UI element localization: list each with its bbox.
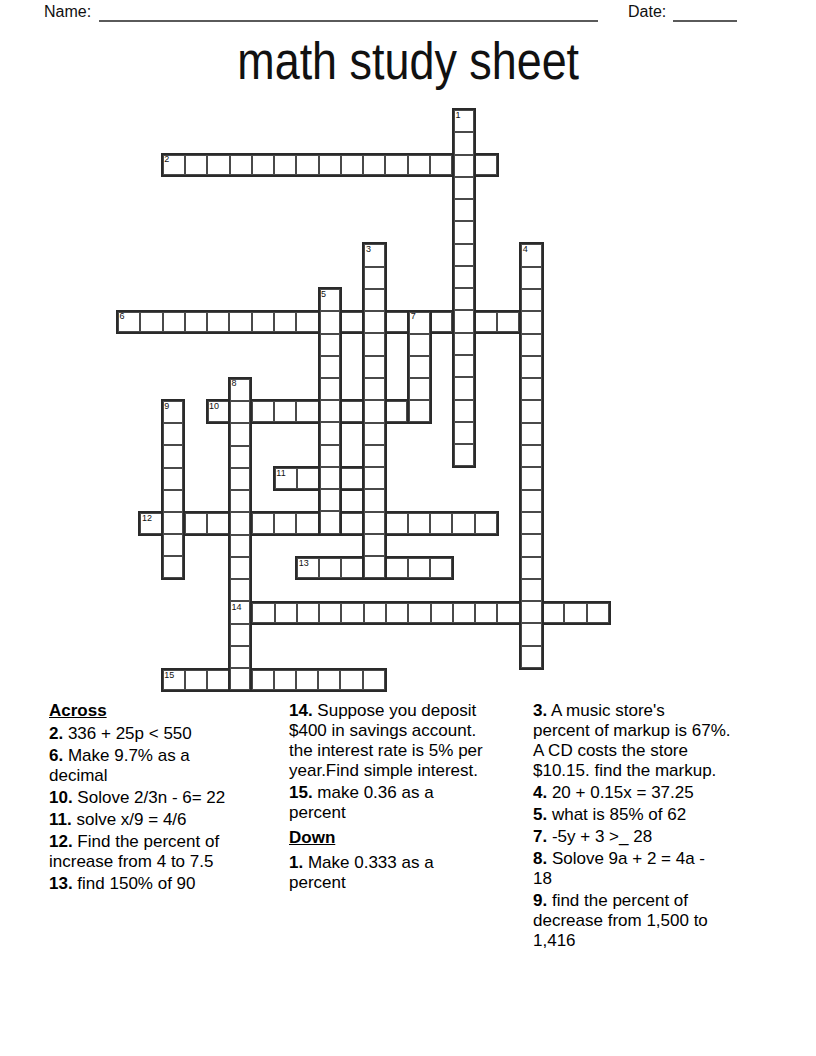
crossword-cell-r15c15 xyxy=(454,444,474,466)
crossword-cell-r16c5 xyxy=(230,468,250,490)
cell-number-6: 6 xyxy=(120,312,125,321)
crossword-cell-r17c2 xyxy=(163,490,183,512)
crossword-cell-r11c18 xyxy=(521,356,541,378)
crossword-cell-r10c15 xyxy=(454,333,474,355)
crossword-cell-r3c15 xyxy=(454,177,474,199)
crossword-cell-r14c11 xyxy=(364,423,384,445)
clue-across-14: 14. Suppose you deposit $400 in savings … xyxy=(289,701,532,781)
crossword-cell-r2c5 xyxy=(230,155,252,175)
crossword-cell-r25c7 xyxy=(274,670,296,690)
crossword-cell-r22c12 xyxy=(386,603,408,623)
crossword-cell-r15c9 xyxy=(320,445,340,467)
cell-number-8: 8 xyxy=(232,379,237,388)
crossword-cell-r22c15 xyxy=(453,603,475,623)
crossword-cell-r25c9 xyxy=(318,670,340,690)
word-9-down xyxy=(161,399,185,580)
crossword-cell-r22c8 xyxy=(297,603,319,623)
clue-across-6: 6. Make 9.7% as a decimal xyxy=(49,746,287,786)
crossword-cell-r13c18 xyxy=(521,400,541,422)
crossword-cell-r22c9 xyxy=(319,603,341,623)
crossword-cell-r22c20 xyxy=(564,603,586,623)
crossword-cell-r18c5 xyxy=(230,512,250,534)
clue-number: 8. xyxy=(533,849,547,868)
crossword-cell-r16c9 xyxy=(320,467,340,489)
clue-text: 336 + 25p < 550 xyxy=(63,724,192,743)
crossword-cell-r19c18 xyxy=(521,534,541,556)
worksheet-page: Name: Date: math study sheet 26101112131… xyxy=(0,0,816,1056)
crossword-cell-r9c15 xyxy=(454,310,474,332)
crossword-cell-r13c12 xyxy=(385,401,407,421)
crossword-cell-r22c16 xyxy=(475,603,497,623)
crossword-cell-r8c18 xyxy=(521,289,541,311)
crossword-cell-r18c8 xyxy=(296,513,318,533)
crossword-cell-r25c4 xyxy=(207,670,229,690)
crossword-cell-r18c16 xyxy=(475,513,497,533)
crossword-cell-r23c5 xyxy=(230,624,250,646)
crossword-cell-r13c11 xyxy=(364,400,384,422)
cell-number-12: 12 xyxy=(142,514,152,523)
clue-text: Find the percent of increase from 4 to 7… xyxy=(49,832,219,871)
crossword-cell-r15c5 xyxy=(230,446,250,468)
clue-down-8: 8. Solove 9a + 2 = 4a - 18 xyxy=(533,849,795,889)
clue-down-5: 5. what is 85% of 62 xyxy=(533,805,795,825)
crossword-cell-r17c18 xyxy=(521,490,541,512)
clue-number: 6. xyxy=(49,746,63,765)
crossword-cell-r2c4 xyxy=(207,155,229,175)
crossword-cell-r20c13 xyxy=(408,558,430,578)
crossword-cell-r17c9 xyxy=(320,489,340,511)
cell-number-9: 9 xyxy=(164,402,169,411)
crossword-cell-r8c15 xyxy=(454,288,474,310)
word-3-down xyxy=(362,242,386,580)
clue-text: what is 85% of 62 xyxy=(547,805,686,824)
crossword-cell-r11c13 xyxy=(409,356,429,378)
crossword-cell-r5c15 xyxy=(454,221,474,243)
word-5-down xyxy=(318,287,342,535)
crossword-cell-r16c11 xyxy=(364,467,384,489)
crossword-cell-r20c18 xyxy=(521,557,541,579)
crossword-cell-r9c1 xyxy=(140,312,162,332)
crossword-cell-r13c6 xyxy=(252,401,274,421)
crossword-cell-r18c12 xyxy=(385,513,407,533)
clue-text: find 150% of 90 xyxy=(73,874,196,893)
clue-text: 20 + 0.15x = 37.25 xyxy=(547,783,694,802)
crossword-cell-r19c5 xyxy=(230,535,250,557)
word-8-down xyxy=(228,377,252,693)
crossword-cell-r25c8 xyxy=(296,670,318,690)
crossword-cell-r19c2 xyxy=(163,534,183,556)
crossword-cell-r18c15 xyxy=(452,513,474,533)
date-label: Date: xyxy=(628,3,666,21)
clue-across-13: 13. find 150% of 90 xyxy=(49,874,287,894)
crossword-cell-r22c10 xyxy=(341,603,363,623)
crossword-grid: 261011121314151345789 xyxy=(117,109,611,693)
crossword-cell-r25c3 xyxy=(185,670,207,690)
crossword-cell-r2c11 xyxy=(363,155,385,175)
clue-across-12: 12. Find the percent of increase from 4 … xyxy=(49,832,287,872)
crossword-cell-r9c14 xyxy=(430,312,452,332)
crossword-cell-r2c14 xyxy=(430,155,452,175)
cell-number-2: 2 xyxy=(164,155,169,164)
crossword-cell-r20c14 xyxy=(430,558,452,578)
name-label: Name: xyxy=(44,3,91,21)
crossword-cell-r9c18 xyxy=(521,311,541,333)
crossword-cell-r14c9 xyxy=(320,422,340,444)
clue-down-1: 1. Make 0.333 as a percent xyxy=(289,853,532,893)
word-1-down xyxy=(452,108,476,468)
clue-number: 12. xyxy=(49,832,73,851)
crossword-cell-r13c8 xyxy=(296,401,318,421)
crossword-cell-r14c2 xyxy=(163,423,183,445)
clue-number: 11. xyxy=(49,810,72,829)
crossword-cell-r2c16 xyxy=(475,155,497,175)
crossword-cell-r2c7 xyxy=(274,155,296,175)
name-blank-line xyxy=(99,20,598,22)
crossword-cell-r19c11 xyxy=(364,534,384,556)
crossword-cell-r15c18 xyxy=(521,445,541,467)
crossword-cell-r8c11 xyxy=(364,289,384,311)
crossword-cell-r25c5 xyxy=(230,668,250,690)
crossword-cell-r18c2 xyxy=(163,512,183,534)
cell-number-13: 13 xyxy=(299,559,309,568)
clue-number: 7. xyxy=(533,827,547,846)
crossword-cell-r2c10 xyxy=(341,155,363,175)
word-4-down xyxy=(519,242,543,670)
crossword-cell-r2c12 xyxy=(385,155,407,175)
crossword-cell-r20c5 xyxy=(230,557,250,579)
crossword-cell-r2c15 xyxy=(454,155,474,177)
crossword-cell-r16c2 xyxy=(163,468,183,490)
cell-number-5: 5 xyxy=(321,290,326,299)
crossword-cell-r21c18 xyxy=(521,579,541,601)
crossword-cell-r9c4 xyxy=(207,312,229,332)
clue-number: 13. xyxy=(49,874,73,893)
crossword-cell-r2c3 xyxy=(185,155,207,175)
clue-number: 9. xyxy=(533,891,547,910)
word-7-down xyxy=(407,310,431,424)
clue-down-7: 7. -5y + 3 >_ 28 xyxy=(533,827,795,847)
crossword-cell-r22c18 xyxy=(521,601,541,623)
clue-across-11: 11. solve x/9 = 4/6 xyxy=(49,810,287,830)
crossword-cell-r20c11 xyxy=(364,556,384,578)
cell-number-15: 15 xyxy=(164,671,174,680)
crossword-cell-r18c11 xyxy=(364,512,384,534)
clue-text: A music store's percent of markup is 67%… xyxy=(533,701,730,780)
crossword-cell-r11c15 xyxy=(454,355,474,377)
clue-text: Make 9.7% as a decimal xyxy=(49,746,190,785)
crossword-cell-r20c9 xyxy=(319,558,341,578)
crossword-cell-r9c3 xyxy=(185,312,207,332)
crossword-cell-r9c5 xyxy=(229,312,251,332)
crossword-cell-r9c8 xyxy=(296,312,318,332)
crossword-cell-r1c15 xyxy=(454,132,474,154)
crossword-cell-r22c19 xyxy=(542,603,564,623)
crossword-cell-r18c9 xyxy=(320,511,340,533)
clue-text: Solove 2/3n - 6= 22 xyxy=(73,788,226,807)
word-14-across xyxy=(228,601,611,625)
clue-number: 14. xyxy=(289,701,313,720)
crossword-cell-r9c12 xyxy=(386,312,408,332)
crossword-cell-r13c13 xyxy=(409,400,429,422)
crossword-cell-r14c5 xyxy=(230,423,250,445)
crossword-cell-r20c12 xyxy=(386,558,408,578)
crossword-cell-r10c18 xyxy=(521,334,541,356)
crossword-cell-r18c3 xyxy=(185,513,207,533)
crossword-cell-r25c10 xyxy=(340,670,362,690)
clue-text: Make 0.333 as a percent xyxy=(289,853,434,892)
crossword-cell-r22c17 xyxy=(497,603,519,623)
crossword-cell-r24c5 xyxy=(230,646,250,668)
crossword-cell-r9c17 xyxy=(497,312,519,332)
clue-number: 15. xyxy=(289,783,313,802)
crossword-cell-r16c18 xyxy=(521,467,541,489)
crossword-cell-r10c9 xyxy=(320,334,340,356)
crossword-cell-r9c16 xyxy=(475,312,497,332)
crossword-cell-r2c13 xyxy=(408,155,430,175)
crossword-cell-r11c11 xyxy=(364,356,384,378)
crossword-cell-r13c7 xyxy=(274,401,296,421)
crossword-cell-r16c8 xyxy=(297,468,319,488)
cell-number-11: 11 xyxy=(276,469,285,478)
crossword-cell-r18c6 xyxy=(252,513,274,533)
crossword-cell-r22c14 xyxy=(431,603,453,623)
clue-text: Suppose you deposit $400 in savings acco… xyxy=(289,701,483,780)
crossword-cell-r13c9 xyxy=(320,400,340,422)
clue-across-10: 10. Solove 2/3n - 6= 22 xyxy=(49,788,287,808)
date-blank-line xyxy=(673,20,737,22)
crossword-cell-r2c6 xyxy=(252,155,274,175)
clues-column-middle: 14. Suppose you deposit $400 in savings … xyxy=(289,701,532,895)
clue-down-4: 4. 20 + 0.15x = 37.25 xyxy=(533,783,795,803)
clue-text: solve x/9 = 4/6 xyxy=(72,810,187,829)
crossword-cell-r7c11 xyxy=(364,267,384,289)
crossword-cell-r22c11 xyxy=(364,603,386,623)
crossword-cell-r12c18 xyxy=(521,378,541,400)
page-title: math study sheet xyxy=(0,33,816,91)
crossword-cell-r12c11 xyxy=(364,378,384,400)
down-heading: Down xyxy=(289,828,532,848)
word-2-across xyxy=(161,153,499,177)
crossword-cell-r22c6 xyxy=(252,603,274,623)
crossword-cell-r22c21 xyxy=(587,603,609,623)
crossword-cell-r9c11 xyxy=(364,311,384,333)
crossword-cell-r14c15 xyxy=(454,422,474,444)
clue-across-15: 15. make 0.36 as a percent xyxy=(289,783,532,823)
cell-number-14: 14 xyxy=(232,603,242,612)
clue-text: -5y + 3 >_ 28 xyxy=(547,827,652,846)
cell-number-1: 1 xyxy=(456,111,461,120)
crossword-cell-r24c18 xyxy=(521,646,541,668)
crossword-cell-r9c10 xyxy=(341,312,363,332)
clue-number: 10. xyxy=(49,788,73,807)
crossword-cell-r25c11 xyxy=(363,670,385,690)
word-15-across xyxy=(161,668,387,692)
cell-number-3: 3 xyxy=(366,245,371,254)
crossword-cell-r6c15 xyxy=(454,244,474,266)
crossword-cell-r21c5 xyxy=(230,579,250,601)
crossword-cell-r15c2 xyxy=(163,445,183,467)
crossword-cell-r13c5 xyxy=(230,401,250,423)
crossword-cell-r13c10 xyxy=(341,401,363,421)
crossword-cell-r9c6 xyxy=(252,312,274,332)
clue-across-2: 2. 336 + 25p < 550 xyxy=(49,724,287,744)
crossword-cell-r16c10 xyxy=(341,468,363,488)
clues-column-across: Across2. 336 + 25p < 5506. Make 9.7% as … xyxy=(49,701,287,896)
clue-down-3: 3. A music store's percent of markup is … xyxy=(533,701,795,781)
crossword-cell-r18c10 xyxy=(341,513,363,533)
cell-number-7: 7 xyxy=(411,312,416,321)
clue-number: 1. xyxy=(289,853,303,872)
crossword-cell-r17c5 xyxy=(230,490,250,512)
crossword-cell-r9c9 xyxy=(320,311,340,333)
clue-down-9: 9. find the percent of decrease from 1,5… xyxy=(533,891,795,951)
across-heading: Across xyxy=(49,701,287,721)
clue-number: 4. xyxy=(533,783,547,802)
crossword-cell-r4c15 xyxy=(454,199,474,221)
crossword-cell-r22c13 xyxy=(408,603,430,623)
clues-column-down: 3. A music store's percent of markup is … xyxy=(533,701,795,953)
crossword-cell-r10c11 xyxy=(364,333,384,355)
crossword-cell-r17c11 xyxy=(364,489,384,511)
crossword-cell-r10c13 xyxy=(409,334,429,356)
clue-text: find the percent of decrease from 1,500 … xyxy=(533,891,708,950)
crossword-cell-r7c15 xyxy=(454,266,474,288)
crossword-cell-r7c18 xyxy=(521,267,541,289)
crossword-cell-r11c9 xyxy=(320,356,340,378)
crossword-cell-r25c6 xyxy=(252,670,274,690)
crossword-cell-r12c9 xyxy=(320,378,340,400)
crossword-cell-r20c2 xyxy=(163,556,183,578)
clue-text: Solove 9a + 2 = 4a - 18 xyxy=(533,849,705,888)
crossword-cell-r9c2 xyxy=(163,312,185,332)
cell-number-10: 10 xyxy=(209,402,219,411)
clue-number: 5. xyxy=(533,805,547,824)
crossword-cell-r18c18 xyxy=(521,512,541,534)
crossword-cell-r14c18 xyxy=(521,423,541,445)
crossword-cell-r20c10 xyxy=(341,558,363,578)
crossword-cell-r23c18 xyxy=(521,623,541,645)
crossword-cell-r2c8 xyxy=(296,155,318,175)
crossword-cell-r9c7 xyxy=(274,312,296,332)
crossword-cell-r12c13 xyxy=(409,378,429,400)
crossword-cell-r18c7 xyxy=(274,513,296,533)
crossword-cell-r13c15 xyxy=(454,400,474,422)
clue-number: 3. xyxy=(533,701,547,720)
crossword-cell-r12c15 xyxy=(454,377,474,399)
crossword-cell-r18c4 xyxy=(207,513,229,533)
crossword-cell-r2c9 xyxy=(319,155,341,175)
crossword-cell-r18c13 xyxy=(408,513,430,533)
cell-number-4: 4 xyxy=(523,245,528,254)
clue-number: 2. xyxy=(49,724,63,743)
crossword-cell-r22c7 xyxy=(275,603,297,623)
crossword-cell-r18c14 xyxy=(430,513,452,533)
crossword-cell-r15c11 xyxy=(364,445,384,467)
